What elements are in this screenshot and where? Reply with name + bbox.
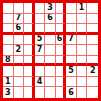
- cell-r7c6-empty[interactable]: [56, 66, 67, 77]
- cell-r2c8-empty[interactable]: [77, 14, 88, 25]
- cell-r7c3-empty[interactable]: [24, 66, 35, 77]
- cell-r3c9-empty[interactable]: [87, 24, 98, 35]
- given-digit: 3: [47, 4, 53, 12]
- given-digit: 5: [68, 67, 74, 75]
- cell-r4c6-given[interactable]: 6: [56, 35, 67, 46]
- cell-r7c9-given[interactable]: 2: [87, 66, 98, 77]
- cell-r8c8-empty[interactable]: [77, 77, 88, 88]
- cell-r2c6-empty[interactable]: [56, 14, 67, 25]
- cell-r3c2-given[interactable]: 6: [14, 24, 25, 35]
- given-digit: 6: [57, 35, 63, 43]
- cell-r6c2-empty[interactable]: [14, 56, 25, 67]
- cell-r9c9-empty[interactable]: [87, 87, 98, 98]
- cell-r1c2-empty[interactable]: [14, 3, 25, 14]
- cell-r3c7-empty[interactable]: [66, 24, 77, 35]
- cell-r9c7-given[interactable]: 6: [66, 87, 77, 98]
- cell-r6c5-empty[interactable]: [45, 56, 56, 67]
- given-digit: 7: [16, 14, 22, 22]
- cell-r5c4-given[interactable]: 7: [35, 45, 46, 56]
- cell-r4c4-given[interactable]: 5: [35, 35, 46, 46]
- cell-r2c1-empty[interactable]: [3, 14, 14, 25]
- cell-r8c9-empty[interactable]: [87, 77, 98, 88]
- given-digit: 5: [37, 35, 43, 43]
- cell-r4c8-empty[interactable]: [77, 35, 88, 46]
- cell-r1c8-given[interactable]: 1: [77, 3, 88, 14]
- cell-r8c3-empty[interactable]: [24, 77, 35, 88]
- cell-r1c7-empty[interactable]: [66, 3, 77, 14]
- cell-r2c9-empty[interactable]: [87, 14, 98, 25]
- cell-r9c6-empty[interactable]: [56, 87, 67, 98]
- cell-r8c2-empty[interactable]: [14, 77, 25, 88]
- given-digit: 3: [5, 89, 11, 97]
- cell-r1c9-empty[interactable]: [87, 3, 98, 14]
- cell-r1c1-empty[interactable]: [3, 3, 14, 14]
- cell-r6c1-given[interactable]: 8: [3, 56, 14, 67]
- cell-r6c9-empty[interactable]: [87, 56, 98, 67]
- cell-r9c3-empty[interactable]: [24, 87, 35, 98]
- cell-r5c2-given[interactable]: 2: [14, 45, 25, 56]
- cell-r1c3-empty[interactable]: [24, 3, 35, 14]
- cell-r5c1-empty[interactable]: [3, 45, 14, 56]
- cell-r8c6-empty[interactable]: [56, 77, 67, 88]
- cell-r3c4-empty[interactable]: [35, 24, 46, 35]
- cell-r8c1-given[interactable]: 1: [3, 77, 14, 88]
- cell-r1c5-given[interactable]: 3: [45, 3, 56, 14]
- cell-r5c5-empty[interactable]: [45, 45, 56, 56]
- cell-r7c5-empty[interactable]: [45, 66, 56, 77]
- cell-r3c8-empty[interactable]: [77, 24, 88, 35]
- cell-r9c1-given[interactable]: 3: [3, 87, 14, 98]
- cell-r4c7-given[interactable]: 7: [66, 35, 77, 46]
- cell-r6c8-empty[interactable]: [77, 56, 88, 67]
- cell-r4c5-empty[interactable]: [45, 35, 56, 46]
- given-digit: 2: [16, 46, 22, 54]
- cell-r1c4-empty[interactable]: [35, 3, 46, 14]
- cell-r3c1-empty[interactable]: [3, 24, 14, 35]
- cell-r9c4-empty[interactable]: [35, 87, 46, 98]
- cell-r2c7-empty[interactable]: [66, 14, 77, 25]
- cell-r7c1-empty[interactable]: [3, 66, 14, 77]
- given-digit: 2: [90, 67, 96, 75]
- cell-r9c5-empty[interactable]: [45, 87, 56, 98]
- cell-r4c1-empty[interactable]: [3, 35, 14, 46]
- cell-r6c4-empty[interactable]: [35, 56, 46, 67]
- cell-r2c3-empty[interactable]: [24, 14, 35, 25]
- sudoku-board: 31766567278521436: [0, 0, 101, 101]
- cell-r2c5-given[interactable]: 6: [45, 14, 56, 25]
- cell-r2c2-given[interactable]: 7: [14, 14, 25, 25]
- cell-r8c5-empty[interactable]: [45, 77, 56, 88]
- cell-r1c6-empty[interactable]: [56, 3, 67, 14]
- given-digit: 7: [37, 46, 43, 54]
- given-digit: 1: [5, 78, 11, 86]
- cell-r4c3-empty[interactable]: [24, 35, 35, 46]
- given-digit: 8: [5, 56, 11, 64]
- cell-r5c3-empty[interactable]: [24, 45, 35, 56]
- cell-r6c6-empty[interactable]: [56, 56, 67, 67]
- cell-r7c4-empty[interactable]: [35, 66, 46, 77]
- cell-r5c7-empty[interactable]: [66, 45, 77, 56]
- cell-r7c8-empty[interactable]: [77, 66, 88, 77]
- cell-r9c2-empty[interactable]: [14, 87, 25, 98]
- cell-r3c6-empty[interactable]: [56, 24, 67, 35]
- cell-r8c7-empty[interactable]: [66, 77, 77, 88]
- given-digit: 6: [47, 14, 53, 22]
- cell-r5c8-empty[interactable]: [77, 45, 88, 56]
- cell-r8c4-given[interactable]: 4: [35, 77, 46, 88]
- given-digit: 6: [68, 89, 74, 97]
- given-digit: 6: [16, 24, 22, 32]
- cell-r2c4-empty[interactable]: [35, 14, 46, 25]
- cell-r7c7-given[interactable]: 5: [66, 66, 77, 77]
- given-digit: 1: [79, 4, 85, 12]
- cell-r5c9-empty[interactable]: [87, 45, 98, 56]
- cell-r3c5-empty[interactable]: [45, 24, 56, 35]
- given-digit: 4: [37, 78, 43, 86]
- cell-r4c9-empty[interactable]: [87, 35, 98, 46]
- cell-r7c2-empty[interactable]: [14, 66, 25, 77]
- cell-r5c6-empty[interactable]: [56, 45, 67, 56]
- cell-r6c3-empty[interactable]: [24, 56, 35, 67]
- cell-r6c7-empty[interactable]: [66, 56, 77, 67]
- cell-r4c2-empty[interactable]: [14, 35, 25, 46]
- cell-r3c3-empty[interactable]: [24, 24, 35, 35]
- given-digit: 7: [68, 35, 74, 43]
- cell-r9c8-empty[interactable]: [77, 87, 88, 98]
